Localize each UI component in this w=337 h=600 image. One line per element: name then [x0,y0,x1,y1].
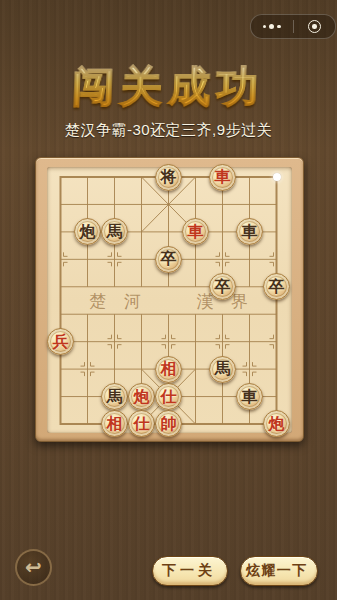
piece-character: 将 [161,169,177,185]
xiangqi-piece-black[interactable]: 馬 [101,383,128,410]
more-button[interactable] [251,15,293,38]
xiangqi-piece-red[interactable]: 仕 [155,383,182,410]
xiangqi-piece-red[interactable]: 仕 [128,410,155,437]
piece-character: 仕 [134,416,150,432]
circle-dot-icon [308,20,321,33]
piece-character: 馬 [107,224,123,240]
piece-character: 卒 [161,251,177,267]
xiangqi-piece-red[interactable]: 相 [155,356,182,383]
xiangqi-piece-red[interactable]: 車 [209,164,236,191]
wechat-capsule [250,14,336,39]
piece-character: 馬 [107,389,123,405]
board-grid[interactable]: 楚 河 漢 界 将車炮馬車車卒卒卒兵相馬馬炮仕車相仕帥炮 [47,167,292,433]
show-off-button[interactable]: 炫耀一下 [240,556,318,586]
piece-character: 炮 [80,224,96,240]
xiangqi-piece-black[interactable]: 車 [236,383,263,410]
river-label-left: 楚 河 [89,290,146,313]
app-screen: 闯关成功 楚汉争霸-30还定三齐,9步过关 楚 河 漢 界 将車炮馬車車卒卒卒兵… [0,0,337,600]
piece-character: 車 [242,224,258,240]
piece-character: 炮 [134,389,150,405]
xiangqi-piece-black[interactable]: 卒 [155,246,182,273]
xiangqi-piece-black[interactable]: 将 [155,164,182,191]
last-move-origin-marker [273,173,281,181]
piece-character: 車 [215,169,231,185]
piece-character: 兵 [53,334,69,350]
return-arrow-icon: ↩ [25,557,42,577]
page-title: 闯关成功 [0,64,337,110]
piece-character: 卒 [215,279,231,295]
piece-character: 炮 [269,416,285,432]
xiangqi-piece-red[interactable]: 炮 [263,410,290,437]
piece-character: 相 [107,416,123,432]
xiangqi-piece-red[interactable]: 炮 [128,383,155,410]
piece-character: 卒 [269,279,285,295]
three-dots-icon [263,24,281,29]
level-subtitle: 楚汉争霸-30还定三齐,9步过关 [0,121,337,140]
piece-character: 車 [188,224,204,240]
piece-character: 帥 [161,416,177,432]
xiangqi-piece-red[interactable]: 帥 [155,410,182,437]
next-level-button[interactable]: 下一关 [152,556,228,586]
piece-character: 相 [161,361,177,377]
xiangqi-piece-red[interactable]: 兵 [47,328,74,355]
xiangqi-board: 楚 河 漢 界 将車炮馬車車卒卒卒兵相馬馬炮仕車相仕帥炮 [35,157,304,442]
piece-character: 車 [242,389,258,405]
piece-character: 仕 [161,389,177,405]
piece-character: 馬 [215,361,231,377]
xiangqi-piece-red[interactable]: 相 [101,410,128,437]
xiangqi-piece-black[interactable]: 馬 [209,356,236,383]
replay-back-button[interactable]: ↩ [15,549,52,586]
home-button[interactable] [294,15,336,38]
